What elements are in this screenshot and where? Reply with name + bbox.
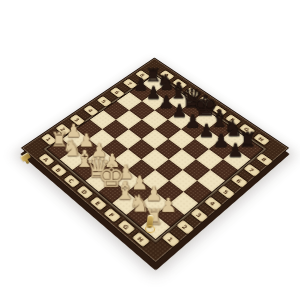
rank-label-right-6: 6	[230, 174, 247, 187]
file-label-bottom-f: F	[103, 208, 120, 222]
rank-label-right-3: 3	[190, 208, 208, 222]
file-label-bottom-c: C	[63, 174, 80, 187]
rank-label-right-4: 4	[204, 196, 222, 210]
file-label-bottom-h: H	[132, 232, 150, 247]
file-label-bottom-a: A	[38, 153, 54, 166]
product-photo-canvas: AABBCCDDEEFFGGHH8877665544332211 ♜♞♝♛♚♝♞…	[0, 0, 300, 300]
brass-latch-icon	[146, 215, 154, 229]
rank-label-right-1: 1	[161, 232, 179, 247]
file-label-bottom-d: D	[76, 185, 93, 199]
board-scene: AABBCCDDEEFFGGHH8877665544332211 ♜♞♝♛♚♝♞…	[0, 0, 300, 300]
rank-label-right-2: 2	[176, 220, 194, 235]
rank-label-right-5: 5	[217, 185, 234, 199]
rank-label-right-8: 8	[256, 153, 273, 166]
chess-board: AABBCCDDEEFFGGHH8877665544332211 ♜♞♝♛♚♝♞…	[21, 58, 290, 264]
file-label-bottom-e: E	[89, 196, 106, 210]
file-label-bottom-b: B	[50, 163, 66, 176]
rank-label-right-7: 7	[243, 163, 260, 176]
file-label-bottom-g: G	[117, 220, 135, 235]
